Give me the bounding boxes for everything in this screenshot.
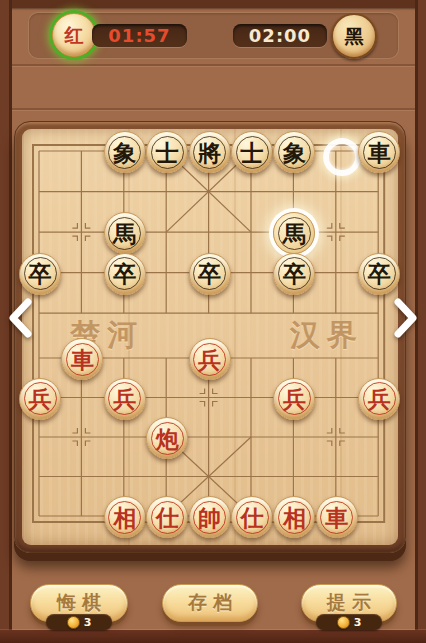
piece-red-cannon[interactable]: 炮 [146, 417, 188, 459]
chevron-right-icon[interactable] [392, 297, 420, 339]
hint-button-label: 提示 [321, 590, 377, 616]
piece-black-general[interactable]: 將 [189, 131, 231, 173]
piece-black-soldier[interactable]: 卒 [189, 253, 231, 295]
hint-cost-count: 3 [354, 617, 362, 628]
undo-cost-count: 3 [84, 617, 92, 628]
save-game-button[interactable]: 存档 [162, 584, 258, 622]
piece-black-rook[interactable]: 車 [358, 131, 400, 173]
piece-red-general[interactable]: 帥 [189, 496, 231, 538]
piece-glyph: 兵 [113, 387, 136, 410]
piece-glyph: 車 [368, 141, 391, 164]
piece-black-soldier[interactable]: 卒 [104, 253, 146, 295]
piece-glyph: 兵 [368, 387, 391, 410]
piece-glyph: 將 [198, 141, 221, 164]
wall-groove [0, 108, 426, 110]
bottom-edge-trim [0, 630, 426, 643]
wall-groove [0, 64, 426, 66]
red-time-text: 01:57 [108, 25, 170, 46]
piece-black-horse[interactable]: 馬 [104, 212, 146, 254]
black-time-text: 02:00 [249, 25, 311, 46]
black-player-piece-indicator: 黑 [331, 13, 377, 59]
piece-glyph: 兵 [29, 387, 52, 410]
save-button-label: 存档 [182, 590, 238, 616]
piece-glyph: 兵 [283, 387, 306, 410]
piece-glyph: 卒 [198, 262, 221, 285]
piece-glyph: 卒 [29, 262, 52, 285]
hint-button[interactable]: 提示 3 [301, 584, 397, 622]
undo-button-label: 悔棋 [51, 590, 107, 616]
red-player-piece-indicator: 红 [52, 13, 96, 57]
piece-glyph: 象 [283, 141, 306, 164]
piece-glyph: 車 [71, 348, 94, 371]
piece-glyph: 仕 [241, 506, 264, 529]
piece-red-advisor[interactable]: 仕 [231, 496, 273, 538]
piece-red-soldier[interactable]: 兵 [104, 378, 146, 420]
coin-icon [67, 616, 80, 629]
piece-glyph: 相 [283, 506, 306, 529]
black-player-label: 黑 [345, 27, 364, 46]
piece-glyph: 馬 [113, 222, 136, 245]
piece-red-elephant[interactable]: 相 [104, 496, 146, 538]
coin-icon [337, 616, 350, 629]
undo-move-button[interactable]: 悔棋 3 [30, 584, 128, 622]
piece-glyph: 馬 [283, 222, 306, 245]
hint-cost-badge: 3 [316, 614, 382, 630]
undo-cost-badge: 3 [46, 614, 112, 630]
board-frame: 楚河 汉界 象士將士象車馬馬卒卒卒卒卒車兵兵兵兵兵炮相仕帥仕相車 [14, 121, 406, 553]
piece-glyph: 卒 [113, 262, 136, 285]
piece-red-rook[interactable]: 車 [316, 496, 358, 538]
xiangqi-board[interactable]: 楚河 汉界 象士將士象車馬馬卒卒卒卒卒車兵兵兵兵兵炮相仕帥仕相車 [22, 129, 398, 545]
last-move-origin-marker [323, 138, 361, 176]
piece-red-advisor[interactable]: 仕 [146, 496, 188, 538]
piece-black-advisor[interactable]: 士 [146, 131, 188, 173]
piece-glyph: 炮 [156, 427, 179, 450]
river-text-right: 汉界 [290, 318, 364, 352]
black-player-clock: 02:00 [233, 24, 327, 47]
piece-red-soldier[interactable]: 兵 [19, 378, 61, 420]
piece-glyph: 車 [325, 506, 348, 529]
piece-black-advisor[interactable]: 士 [231, 131, 273, 173]
piece-glyph: 卒 [368, 262, 391, 285]
piece-glyph: 仕 [156, 506, 179, 529]
piece-red-soldier[interactable]: 兵 [189, 338, 231, 380]
piece-black-elephant[interactable]: 象 [104, 131, 146, 173]
top-edge-trim [0, 0, 426, 8]
piece-glyph: 象 [113, 141, 136, 164]
chevron-left-icon[interactable] [6, 297, 34, 339]
piece-red-soldier[interactable]: 兵 [273, 378, 315, 420]
piece-glyph: 相 [113, 506, 136, 529]
piece-red-soldier[interactable]: 兵 [358, 378, 400, 420]
piece-glyph: 卒 [283, 262, 306, 285]
piece-glyph: 兵 [198, 348, 221, 371]
piece-glyph: 帥 [198, 506, 221, 529]
piece-black-soldier[interactable]: 卒 [358, 253, 400, 295]
red-player-clock: 01:57 [92, 24, 187, 47]
piece-black-soldier[interactable]: 卒 [19, 253, 61, 295]
piece-glyph: 士 [241, 141, 264, 164]
red-player-label: 红 [65, 26, 84, 45]
piece-black-soldier[interactable]: 卒 [273, 253, 315, 295]
piece-glyph: 士 [156, 141, 179, 164]
xiangqi-app: { "game": "xiangqi", "position": { "fen"… [0, 0, 426, 643]
